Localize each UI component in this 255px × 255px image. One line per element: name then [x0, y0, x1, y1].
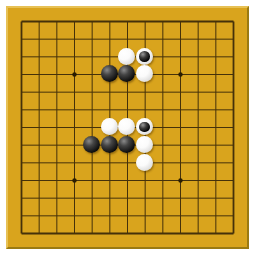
board-cell[interactable]: [30, 118, 48, 136]
board-cell[interactable]: [136, 30, 154, 48]
stone-circle-mark: [139, 122, 150, 133]
board-cell[interactable]: [153, 83, 171, 101]
board-cell[interactable]: [30, 224, 48, 242]
board-cell[interactable]: ○: [100, 118, 118, 136]
board-cell[interactable]: [47, 136, 65, 154]
board-cell[interactable]: [30, 30, 48, 48]
black-stone: ●: [101, 65, 118, 82]
board-cell[interactable]: [100, 12, 118, 30]
board-cell[interactable]: [47, 153, 65, 171]
board-cell[interactable]: [47, 30, 65, 48]
board-cell[interactable]: [100, 171, 118, 189]
board-cell[interactable]: [224, 206, 242, 224]
board-cell[interactable]: [206, 206, 224, 224]
board-cell[interactable]: [118, 100, 136, 118]
board-cell[interactable]: [136, 12, 154, 30]
board-cell[interactable]: [171, 189, 189, 207]
board-cell[interactable]: [224, 224, 242, 242]
board-cell[interactable]: ●: [100, 136, 118, 154]
board-cell[interactable]: [83, 118, 101, 136]
board-cell[interactable]: [136, 100, 154, 118]
board-cell[interactable]: [206, 153, 224, 171]
board-cell[interactable]: [136, 224, 154, 242]
board-cell[interactable]: [65, 171, 83, 189]
board-cell[interactable]: ○: [118, 118, 136, 136]
board-cell[interactable]: ●: [118, 136, 136, 154]
board-cell[interactable]: ○: [136, 153, 154, 171]
board-cell[interactable]: [118, 224, 136, 242]
board-cell[interactable]: [153, 118, 171, 136]
board-cell[interactable]: [100, 100, 118, 118]
board-cell[interactable]: [83, 206, 101, 224]
board-cell[interactable]: [47, 171, 65, 189]
board-cell[interactable]: [153, 206, 171, 224]
board-cell[interactable]: [189, 136, 207, 154]
stone-circle-mark: [139, 51, 150, 62]
board-cell[interactable]: [83, 100, 101, 118]
board-cells: ○○●●○○○○●●●○○: [12, 12, 242, 242]
go-board[interactable]: ○○●●○○○○●●●○○: [6, 6, 249, 249]
board-cell[interactable]: [206, 224, 224, 242]
board-cell[interactable]: [30, 83, 48, 101]
board-cell[interactable]: [189, 153, 207, 171]
board-cell[interactable]: [12, 83, 30, 101]
board-cell[interactable]: [153, 171, 171, 189]
board-cell[interactable]: [189, 118, 207, 136]
board-cell[interactable]: [65, 100, 83, 118]
board-cell[interactable]: [12, 65, 30, 83]
board-cell[interactable]: [118, 153, 136, 171]
board-cell[interactable]: [153, 153, 171, 171]
board-cell[interactable]: ●: [83, 136, 101, 154]
board-cell[interactable]: [118, 83, 136, 101]
board-cell[interactable]: ○: [136, 118, 154, 136]
board-cell[interactable]: [12, 30, 30, 48]
white-stone: ○: [136, 154, 153, 171]
board-cell[interactable]: [224, 12, 242, 30]
board-cell[interactable]: [171, 83, 189, 101]
board-cell[interactable]: [83, 83, 101, 101]
white-stone: ○: [136, 136, 153, 153]
board-cell[interactable]: [206, 47, 224, 65]
board-cell[interactable]: ●: [100, 65, 118, 83]
go-app-window: ○○●●○○○○●●●○○: [0, 0, 255, 255]
board-cell[interactable]: ○: [136, 136, 154, 154]
board-cell[interactable]: [136, 83, 154, 101]
board-cell[interactable]: [65, 118, 83, 136]
board-cell[interactable]: [171, 100, 189, 118]
white-stone: ○: [136, 48, 153, 65]
board-cell[interactable]: [153, 12, 171, 30]
board-cell[interactable]: [30, 206, 48, 224]
board-cell[interactable]: [224, 100, 242, 118]
board-cell[interactable]: [12, 136, 30, 154]
board-cell[interactable]: [206, 136, 224, 154]
board-cell[interactable]: [65, 83, 83, 101]
board-cell[interactable]: [118, 189, 136, 207]
board-cell[interactable]: [206, 171, 224, 189]
board-cell[interactable]: [153, 65, 171, 83]
board-cell[interactable]: [189, 65, 207, 83]
board-cell[interactable]: [224, 118, 242, 136]
board-cell[interactable]: [83, 12, 101, 30]
board-cell[interactable]: [136, 189, 154, 207]
board-cell[interactable]: [12, 47, 30, 65]
board-cell[interactable]: ○: [136, 65, 154, 83]
board-cell[interactable]: [65, 65, 83, 83]
board-cell[interactable]: [12, 118, 30, 136]
board-cell[interactable]: [47, 83, 65, 101]
board-cell[interactable]: [100, 153, 118, 171]
board-cell[interactable]: [206, 83, 224, 101]
white-stone: ○: [118, 118, 135, 135]
board-cell[interactable]: [224, 136, 242, 154]
board-cell[interactable]: [224, 30, 242, 48]
black-stone: ●: [118, 136, 135, 153]
board-cell[interactable]: [12, 171, 30, 189]
board-cell[interactable]: [100, 30, 118, 48]
board-cell[interactable]: [47, 47, 65, 65]
board-cell[interactable]: [30, 189, 48, 207]
board-cell[interactable]: [224, 83, 242, 101]
board-cell[interactable]: [171, 224, 189, 242]
board-cell[interactable]: [171, 136, 189, 154]
board-cell[interactable]: [12, 224, 30, 242]
white-stone: ○: [101, 118, 118, 135]
board-cell[interactable]: [118, 171, 136, 189]
board-cell[interactable]: [171, 30, 189, 48]
board-cell[interactable]: ○: [136, 47, 154, 65]
board-cell[interactable]: [83, 153, 101, 171]
board-cell[interactable]: [189, 12, 207, 30]
board-cell[interactable]: [65, 47, 83, 65]
board-cell[interactable]: [47, 12, 65, 30]
board-cell[interactable]: [189, 189, 207, 207]
board-cell[interactable]: [206, 118, 224, 136]
board-cell[interactable]: [65, 153, 83, 171]
board-cell[interactable]: [100, 189, 118, 207]
board-cell[interactable]: [118, 12, 136, 30]
board-cell[interactable]: [47, 100, 65, 118]
board-cell[interactable]: [100, 83, 118, 101]
board-cell[interactable]: [65, 12, 83, 30]
board-cell[interactable]: [47, 224, 65, 242]
board-cell[interactable]: [100, 206, 118, 224]
white-stone: ○: [118, 48, 135, 65]
board-cell[interactable]: [83, 171, 101, 189]
board-cell[interactable]: [171, 153, 189, 171]
board-cell[interactable]: [153, 189, 171, 207]
board-cell[interactable]: [206, 189, 224, 207]
board-cell[interactable]: [30, 47, 48, 65]
black-stone: ●: [118, 65, 135, 82]
board-cell[interactable]: [224, 153, 242, 171]
board-cell[interactable]: [100, 224, 118, 242]
board-cell[interactable]: [171, 12, 189, 30]
black-stone: ●: [101, 136, 118, 153]
board-cell[interactable]: [30, 100, 48, 118]
board-cell[interactable]: [206, 30, 224, 48]
board-cell[interactable]: [171, 118, 189, 136]
board-cell[interactable]: [153, 30, 171, 48]
board-cell[interactable]: [189, 47, 207, 65]
board-cell[interactable]: [189, 100, 207, 118]
board-cell[interactable]: [83, 47, 101, 65]
board-cell[interactable]: ●: [118, 65, 136, 83]
board-cell[interactable]: [118, 206, 136, 224]
black-stone: ●: [83, 136, 100, 153]
board-cell[interactable]: [65, 189, 83, 207]
board-cell[interactable]: [153, 47, 171, 65]
board-cell[interactable]: [12, 100, 30, 118]
board-cell[interactable]: [224, 65, 242, 83]
board-cell[interactable]: [12, 12, 30, 30]
board-cell[interactable]: [65, 30, 83, 48]
board-cell[interactable]: ○: [118, 47, 136, 65]
board-cell[interactable]: [12, 153, 30, 171]
board-cell[interactable]: [171, 171, 189, 189]
board-cell[interactable]: [83, 189, 101, 207]
board-cell[interactable]: [136, 206, 154, 224]
white-stone: ○: [136, 65, 153, 82]
board-cell[interactable]: [30, 65, 48, 83]
board-cell[interactable]: [65, 206, 83, 224]
board-cell[interactable]: [83, 30, 101, 48]
board-cell[interactable]: [171, 206, 189, 224]
board-cell[interactable]: [30, 153, 48, 171]
board-cell[interactable]: [189, 206, 207, 224]
board-cell[interactable]: [100, 47, 118, 65]
board-cell[interactable]: [189, 171, 207, 189]
board-cell[interactable]: [153, 136, 171, 154]
board-cell[interactable]: [189, 83, 207, 101]
board-cell[interactable]: [30, 136, 48, 154]
board-cell[interactable]: [30, 171, 48, 189]
board-cell[interactable]: [171, 65, 189, 83]
board-cell[interactable]: [153, 100, 171, 118]
board-cell[interactable]: [224, 171, 242, 189]
board-cell[interactable]: [12, 189, 30, 207]
board-cell[interactable]: [83, 224, 101, 242]
board-cell[interactable]: [136, 171, 154, 189]
board-cell[interactable]: [47, 189, 65, 207]
board-cell[interactable]: [171, 47, 189, 65]
board-cell[interactable]: [47, 118, 65, 136]
board-cell[interactable]: [47, 65, 65, 83]
board-cell[interactable]: [224, 189, 242, 207]
board-cell[interactable]: [224, 47, 242, 65]
board-cell[interactable]: [206, 100, 224, 118]
board-cell[interactable]: [83, 65, 101, 83]
board-cell[interactable]: [47, 206, 65, 224]
board-cell[interactable]: [153, 224, 171, 242]
board-cell[interactable]: [30, 12, 48, 30]
board-cell[interactable]: [189, 30, 207, 48]
board-cell[interactable]: [65, 136, 83, 154]
board-cell[interactable]: [65, 224, 83, 242]
board-cell[interactable]: [206, 12, 224, 30]
board-cell[interactable]: [189, 224, 207, 242]
board-cell[interactable]: [206, 65, 224, 83]
white-stone: ○: [136, 118, 153, 135]
board-cell[interactable]: [12, 206, 30, 224]
board-cell[interactable]: [118, 30, 136, 48]
